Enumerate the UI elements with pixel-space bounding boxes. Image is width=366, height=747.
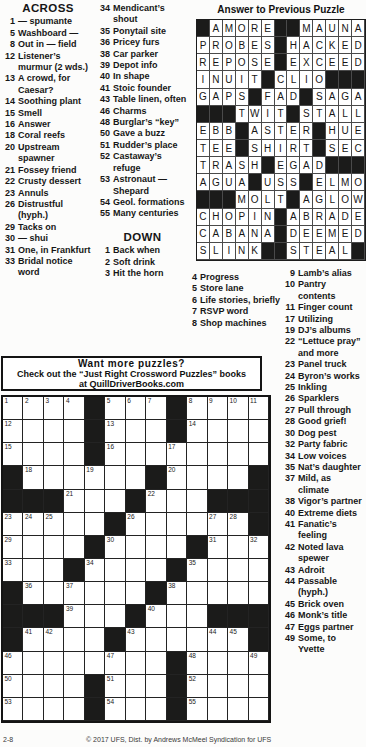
- grid-cell[interactable]: [105, 490, 125, 513]
- grid-cell[interactable]: [126, 675, 146, 698]
- answer-cell: A: [326, 243, 339, 260]
- clue-item: 16Answer: [1, 119, 95, 130]
- clue-text: Answer: [18, 119, 95, 130]
- grid-cell[interactable]: 7: [146, 397, 166, 420]
- black-cell: [85, 536, 105, 559]
- answer-cell: O: [223, 37, 236, 54]
- grid-cell[interactable]: [187, 466, 207, 489]
- answer-cell: B: [300, 209, 313, 226]
- black-cell: [85, 397, 105, 420]
- grid-cell[interactable]: 44: [208, 628, 228, 651]
- grid-cell[interactable]: [228, 536, 248, 559]
- grid-cell[interactable]: [208, 675, 228, 698]
- black-cell: [126, 490, 146, 513]
- answer-black-cell: [300, 89, 313, 106]
- answer-cell: E: [287, 54, 300, 71]
- grid-cell[interactable]: [85, 652, 105, 675]
- clue-text: Eggs partner: [298, 622, 364, 633]
- grid-cell[interactable]: 33: [3, 559, 23, 582]
- answer-cell: S: [236, 157, 249, 174]
- grid-cell[interactable]: [249, 420, 269, 443]
- answer-cell: H: [210, 209, 223, 226]
- grid-cell[interactable]: [208, 559, 228, 582]
- answer-cell: X: [300, 54, 313, 71]
- answer-black-cell: [352, 71, 365, 88]
- clue-number: 32: [280, 439, 298, 450]
- clue-item: 35Ponytail site: [96, 26, 189, 37]
- grid-cell[interactable]: [64, 443, 84, 466]
- cell-number: 33: [5, 559, 12, 566]
- answer-cell: R: [249, 20, 262, 37]
- grid-cell[interactable]: [64, 628, 84, 651]
- grid-cell[interactable]: [105, 582, 125, 605]
- answer-cell: D: [352, 226, 365, 243]
- answer-cell: S: [236, 89, 249, 106]
- answer-cell: E: [197, 123, 210, 140]
- answer-black-cell: [339, 71, 352, 88]
- answer-black-cell: [210, 106, 223, 123]
- answer-cell: D: [352, 54, 365, 71]
- grid-cell[interactable]: [44, 582, 64, 605]
- clue-number: 21: [1, 165, 18, 176]
- clue-number: 44: [280, 576, 298, 599]
- grid-cell[interactable]: 31: [208, 536, 228, 559]
- clue-text: Listener’s murmur (2 wds.): [18, 51, 95, 74]
- grid-cell[interactable]: 49: [249, 652, 269, 675]
- grid-cell[interactable]: [208, 443, 228, 466]
- answer-black-cell: [275, 54, 288, 71]
- black-cell: [44, 490, 64, 513]
- cell-number: 15: [5, 443, 12, 450]
- clue-text: Tacks on: [18, 222, 95, 233]
- grid-cell[interactable]: [208, 582, 228, 605]
- answer-cell: O: [313, 71, 326, 88]
- grid-cell[interactable]: 8: [187, 397, 207, 420]
- answer-cell: T: [275, 191, 288, 208]
- answer-cell: G: [210, 174, 223, 191]
- answer-black-cell: [249, 174, 262, 191]
- cell-number: 6: [127, 397, 131, 404]
- grid-cell[interactable]: [85, 513, 105, 536]
- clue-text: RSVP word: [200, 306, 285, 317]
- grid-cell[interactable]: 38: [167, 582, 187, 605]
- clue-item: 35Nat’s daughter: [280, 462, 364, 473]
- grid-cell[interactable]: [146, 513, 166, 536]
- clue-text: Mild, as climate: [298, 473, 364, 496]
- grid-cell[interactable]: [249, 443, 269, 466]
- clue-text: Table linen, often: [113, 94, 189, 105]
- grid-cell[interactable]: 36: [23, 582, 43, 605]
- clue-item: 52Castaway’s refuge: [96, 151, 189, 174]
- grid-cell[interactable]: 45: [228, 628, 248, 651]
- answer-black-cell: [223, 106, 236, 123]
- answer-cell: A: [210, 20, 223, 37]
- grid-cell[interactable]: [146, 628, 166, 651]
- grid-cell[interactable]: [126, 582, 146, 605]
- clue-text: “Lettuce pray” and more: [298, 336, 364, 359]
- clue-item: 6Life stories, briefly: [185, 295, 285, 306]
- clue-number: 22: [280, 336, 298, 359]
- grid-cell[interactable]: 17: [167, 443, 187, 466]
- grid-cell[interactable]: [228, 420, 248, 443]
- clue-number: 22: [1, 176, 18, 187]
- cell-number: 51: [107, 675, 114, 682]
- cell-number: 45: [230, 628, 237, 635]
- answer-black-cell: [313, 140, 326, 157]
- cell-number: 4: [66, 397, 70, 404]
- clue-item: 54Geol. formations: [96, 197, 189, 208]
- grid-cell[interactable]: [187, 490, 207, 513]
- answer-cell: P: [197, 37, 210, 54]
- grid-cell[interactable]: [228, 559, 248, 582]
- grid-cell[interactable]: 40: [146, 605, 166, 628]
- clue-number: 23: [280, 359, 298, 370]
- grid-cell[interactable]: [64, 652, 84, 675]
- grid-cell[interactable]: [228, 466, 248, 489]
- answer-cell: N: [210, 71, 223, 88]
- clue-text: Crusty dessert: [18, 176, 95, 187]
- clue-number: 40: [280, 508, 298, 519]
- grid-cell[interactable]: 47: [105, 652, 125, 675]
- clue-item: 23Panel truck: [280, 359, 364, 370]
- grid-cell[interactable]: 48: [187, 652, 207, 675]
- answer-cell: M: [223, 20, 236, 37]
- clue-number: 1: [1, 16, 18, 27]
- answer-cell: R: [210, 157, 223, 174]
- answer-black-cell: [236, 123, 249, 140]
- grid-cell[interactable]: [249, 675, 269, 698]
- clue-item: 32Party fabric: [280, 439, 364, 450]
- answer-cell: G: [313, 191, 326, 208]
- cell-number: 14: [189, 420, 196, 427]
- grid-cell[interactable]: [64, 536, 84, 559]
- grid-cell[interactable]: 34: [85, 559, 105, 582]
- grid-cell[interactable]: [64, 466, 84, 489]
- grid-cell[interactable]: 13: [105, 420, 125, 443]
- grid-cell[interactable]: 9: [208, 397, 228, 420]
- grid-cell[interactable]: 42: [44, 628, 64, 651]
- clue-number: 31: [1, 245, 18, 256]
- grid-cell[interactable]: [44, 652, 64, 675]
- answer-cell: A: [326, 89, 339, 106]
- grid-cell[interactable]: [105, 466, 125, 489]
- grid-cell[interactable]: [167, 628, 187, 651]
- grid-cell[interactable]: 25: [44, 513, 64, 536]
- answer-cell: N: [249, 226, 262, 243]
- cell-number: 3: [45, 397, 49, 404]
- grid-cell[interactable]: [23, 536, 43, 559]
- grid-cell[interactable]: [126, 466, 146, 489]
- answer-black-cell: [287, 106, 300, 123]
- clue-text: Life stories, briefly: [200, 295, 285, 306]
- promo-line-3: at QuillDriverBooks.com: [3, 379, 260, 390]
- clue-number: 24: [280, 371, 298, 382]
- grid-cell[interactable]: 19: [85, 466, 105, 489]
- grid-cell[interactable]: 29: [3, 536, 23, 559]
- grid-cell[interactable]: [85, 490, 105, 513]
- answer-cell: E: [300, 226, 313, 243]
- grid-cell[interactable]: [187, 513, 207, 536]
- grid-cell[interactable]: 3: [44, 397, 64, 420]
- grid-cell[interactable]: 43: [126, 628, 146, 651]
- answer-cell: A: [236, 226, 249, 243]
- grid-cell[interactable]: [249, 559, 269, 582]
- grid-cell[interactable]: [146, 652, 166, 675]
- grid-cell[interactable]: 6: [126, 397, 146, 420]
- cell-number: 16: [107, 443, 114, 450]
- clue-text: Astronaut — Shepard: [113, 174, 189, 197]
- grid-cell[interactable]: [208, 652, 228, 675]
- grid-cell[interactable]: [146, 420, 166, 443]
- answer-cell: S: [326, 140, 339, 157]
- grid-cell[interactable]: 50: [3, 675, 23, 698]
- answer-cell: A: [313, 20, 326, 37]
- grid-cell[interactable]: [146, 675, 166, 698]
- grid-cell[interactable]: [85, 628, 105, 651]
- clue-text: Sparklers: [298, 393, 364, 404]
- grid-cell[interactable]: [126, 536, 146, 559]
- answer-black-cell: [197, 20, 210, 37]
- clue-item: 5Store lane: [185, 283, 285, 294]
- grid-cell[interactable]: 11: [249, 397, 269, 420]
- grid-cell[interactable]: [146, 536, 166, 559]
- grid-cell[interactable]: [44, 698, 64, 721]
- clue-number: 34: [280, 451, 298, 462]
- answer-cell: U: [223, 174, 236, 191]
- clue-text: In shape: [113, 71, 189, 82]
- grid-cell[interactable]: [187, 582, 207, 605]
- clue-number: 18: [1, 130, 18, 141]
- answer-cell: N: [262, 209, 275, 226]
- clue-text: Gave a buzz: [113, 128, 189, 139]
- clue-item: 31One, in Frankfurt: [1, 245, 95, 256]
- grid-cell[interactable]: [249, 582, 269, 605]
- grid-cell[interactable]: [44, 559, 64, 582]
- grid-cell[interactable]: [228, 698, 248, 721]
- grid-cell[interactable]: 51: [105, 675, 125, 698]
- clue-number: 14: [1, 96, 18, 107]
- grid-cell[interactable]: [23, 652, 43, 675]
- grid-cell[interactable]: [105, 605, 125, 628]
- grid-cell[interactable]: [228, 675, 248, 698]
- grid-cell[interactable]: [23, 675, 43, 698]
- clue-text: Soothing plant: [18, 96, 95, 107]
- answer-cell: W: [249, 106, 262, 123]
- grid-cell[interactable]: 46: [3, 652, 23, 675]
- answer-cell: P: [223, 89, 236, 106]
- grid-cell[interactable]: 23: [3, 513, 23, 536]
- answer-black-cell: [352, 157, 365, 174]
- grid-cell[interactable]: 12: [3, 420, 23, 443]
- answer-cell: L: [210, 243, 223, 260]
- grid-cell[interactable]: 5: [105, 397, 125, 420]
- grid-cell[interactable]: 20: [167, 466, 187, 489]
- grid-cell[interactable]: [146, 698, 166, 721]
- grid-cell[interactable]: [167, 536, 187, 559]
- answer-cell: G: [197, 89, 210, 106]
- grid-cell[interactable]: 37: [64, 582, 84, 605]
- clue-number: 26: [280, 393, 298, 404]
- cell-number: 50: [5, 675, 12, 682]
- clue-number: 5: [1, 28, 18, 39]
- grid-cell[interactable]: [208, 698, 228, 721]
- clue-text: Smell: [18, 108, 95, 119]
- grid-cell[interactable]: [228, 652, 248, 675]
- answer-cell: S: [262, 123, 275, 140]
- grid-cell[interactable]: 24: [23, 513, 43, 536]
- grid-cell[interactable]: 10: [228, 397, 248, 420]
- grid-cell[interactable]: [44, 675, 64, 698]
- grid-cell[interactable]: [44, 443, 64, 466]
- black-cell: [249, 605, 269, 628]
- clue-number: 23: [1, 188, 18, 199]
- grid-cell[interactable]: [85, 582, 105, 605]
- answer-cell: L: [262, 191, 275, 208]
- grid-cell[interactable]: [105, 559, 125, 582]
- grid-cell[interactable]: [167, 513, 187, 536]
- answer-cell: O: [249, 191, 262, 208]
- clue-number: 30: [1, 233, 18, 244]
- black-cell: [167, 397, 187, 420]
- grid-cell[interactable]: [167, 605, 187, 628]
- grid-cell[interactable]: 35: [187, 559, 207, 582]
- clue-item: 22“Lettuce pray” and more: [280, 336, 364, 359]
- clue-item: 47Eggs partner: [280, 622, 364, 633]
- clue-number: 4: [185, 272, 200, 283]
- grid-cell[interactable]: [167, 490, 187, 513]
- answer-black-cell: [210, 191, 223, 208]
- grid-cell[interactable]: [44, 466, 64, 489]
- answer-cell: S: [287, 243, 300, 260]
- answer-black-cell: [197, 106, 210, 123]
- clue-number: 45: [280, 599, 298, 610]
- grid-cell[interactable]: [23, 443, 43, 466]
- clue-number: 6: [185, 295, 200, 306]
- answer-black-cell: [249, 89, 262, 106]
- clue-text: Castaway’s refuge: [113, 151, 189, 174]
- grid-cell[interactable]: 21: [64, 490, 84, 513]
- black-cell: [146, 582, 166, 605]
- clue-number: 43: [96, 94, 113, 105]
- clue-text: Passable (hyph.): [298, 576, 364, 599]
- answer-cell: G: [339, 89, 352, 106]
- grid-cell[interactable]: 41: [23, 628, 43, 651]
- grid-cell[interactable]: [126, 420, 146, 443]
- grid-cell[interactable]: 15: [3, 443, 23, 466]
- grid-cell[interactable]: [187, 605, 207, 628]
- grid-cell[interactable]: 2: [23, 397, 43, 420]
- grid-cell[interactable]: [208, 420, 228, 443]
- answer-cell: S: [249, 54, 262, 71]
- grid-cell[interactable]: 14: [187, 420, 207, 443]
- grid-cell[interactable]: 27: [208, 513, 228, 536]
- clue-list-header: ACROSS: [1, 3, 95, 14]
- answer-cell: E: [352, 209, 365, 226]
- cell-number: 11: [250, 397, 257, 404]
- grid-cell[interactable]: [228, 582, 248, 605]
- grid-cell[interactable]: [23, 559, 43, 582]
- clue-item: 30— shui: [1, 233, 95, 244]
- cell-number: 21: [66, 490, 73, 497]
- grid-cell[interactable]: [146, 559, 166, 582]
- cell-number: 32: [250, 536, 257, 543]
- grid-cell[interactable]: 26: [126, 513, 146, 536]
- grid-cell[interactable]: [208, 466, 228, 489]
- grid-cell[interactable]: [126, 443, 146, 466]
- grid-cell[interactable]: [126, 652, 146, 675]
- grid-cell[interactable]: 53: [3, 698, 23, 721]
- clue-number: 42: [280, 542, 298, 565]
- clue-text: Stoic founder: [113, 83, 189, 94]
- clue-number: 43: [280, 565, 298, 576]
- answer-black-cell: [287, 191, 300, 208]
- grid-cell[interactable]: 18: [23, 466, 43, 489]
- cell-number: 22: [148, 490, 155, 497]
- answer-cell: O: [223, 209, 236, 226]
- answer-cell: R: [313, 209, 326, 226]
- clue-item: 36Pricey furs: [96, 37, 189, 48]
- grid-cell[interactable]: [146, 443, 166, 466]
- grid-cell[interactable]: 28: [228, 513, 248, 536]
- answer-cell: U: [339, 123, 352, 140]
- grid-cell[interactable]: 1: [3, 397, 23, 420]
- clue-item: 39Depot info: [96, 60, 189, 71]
- grid-cell[interactable]: [228, 443, 248, 466]
- clue-number: 47: [280, 622, 298, 633]
- cell-number: 53: [5, 698, 12, 705]
- grid-cell[interactable]: [126, 559, 146, 582]
- clue-item: 9Lamb’s alias: [280, 268, 364, 279]
- black-cell: [105, 513, 125, 536]
- answer-cell: E: [313, 226, 326, 243]
- grid-cell[interactable]: [23, 420, 43, 443]
- grid-cell[interactable]: [44, 536, 64, 559]
- grid-cell[interactable]: 54: [105, 698, 125, 721]
- answer-cell: D: [352, 37, 365, 54]
- cell-number: 12: [5, 420, 12, 427]
- grid-cell[interactable]: 39: [64, 605, 84, 628]
- grid-cell[interactable]: [85, 605, 105, 628]
- clue-number: 25: [280, 382, 298, 393]
- black-cell: [105, 628, 125, 651]
- black-cell: [249, 466, 269, 489]
- grid-cell[interactable]: 30: [105, 536, 125, 559]
- grid-cell[interactable]: 22: [146, 490, 166, 513]
- grid-cell[interactable]: 16: [105, 443, 125, 466]
- grid-cell[interactable]: [64, 698, 84, 721]
- grid-cell[interactable]: [64, 513, 84, 536]
- answer-black-cell: [287, 20, 300, 37]
- clue-text: Out in — field: [18, 39, 95, 50]
- clue-number: 54: [96, 197, 113, 208]
- grid-cell[interactable]: 32: [249, 536, 269, 559]
- clue-item: 44Passable (hyph.): [280, 576, 364, 599]
- answer-black-cell: [300, 174, 313, 191]
- grid-cell[interactable]: [187, 443, 207, 466]
- puzzle-grid: 1234567891011121314151617181920212223242…: [1, 395, 271, 723]
- grid-cell[interactable]: [64, 675, 84, 698]
- grid-cell[interactable]: 55: [187, 698, 207, 721]
- grid-cell[interactable]: [126, 698, 146, 721]
- grid-cell[interactable]: 4: [64, 397, 84, 420]
- grid-cell[interactable]: [44, 420, 64, 443]
- clue-item: 45Brick oven: [280, 599, 364, 610]
- grid-cell[interactable]: [249, 698, 269, 721]
- grid-cell[interactable]: [64, 420, 84, 443]
- grid-cell[interactable]: [23, 698, 43, 721]
- grid-cell[interactable]: 52: [187, 675, 207, 698]
- grid-cell[interactable]: [187, 628, 207, 651]
